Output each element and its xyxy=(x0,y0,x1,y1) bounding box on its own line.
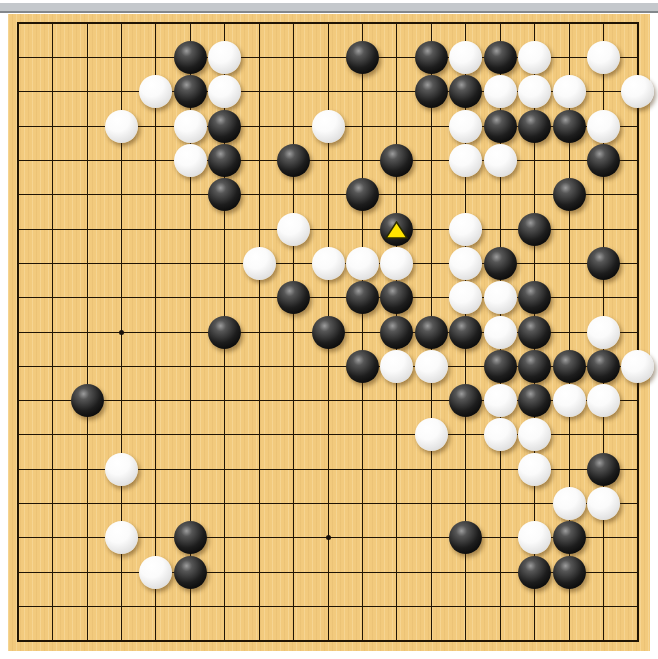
screenshot-page xyxy=(0,0,658,659)
white-stone[interactable] xyxy=(449,281,482,314)
white-stone[interactable] xyxy=(484,384,517,417)
white-stone[interactable] xyxy=(518,453,551,486)
black-stone[interactable] xyxy=(380,213,413,246)
black-stone[interactable] xyxy=(174,556,207,589)
black-stone[interactable] xyxy=(484,247,517,280)
black-stone[interactable] xyxy=(449,75,482,108)
black-stone[interactable] xyxy=(518,556,551,589)
star-point xyxy=(119,330,124,335)
white-stone[interactable] xyxy=(587,487,620,520)
black-stone[interactable] xyxy=(277,281,310,314)
black-stone[interactable] xyxy=(587,247,620,280)
white-stone[interactable] xyxy=(105,110,138,143)
white-stone[interactable] xyxy=(449,144,482,177)
white-stone[interactable] xyxy=(105,521,138,554)
black-stone[interactable] xyxy=(518,316,551,349)
black-stone[interactable] xyxy=(380,316,413,349)
white-stone[interactable] xyxy=(415,418,448,451)
grid-line xyxy=(17,640,639,642)
black-stone[interactable] xyxy=(449,316,482,349)
white-stone[interactable] xyxy=(553,75,586,108)
black-stone[interactable] xyxy=(346,41,379,74)
black-stone[interactable] xyxy=(553,178,586,211)
black-stone[interactable] xyxy=(518,213,551,246)
black-stone[interactable] xyxy=(484,350,517,383)
white-stone[interactable] xyxy=(208,75,241,108)
white-stone[interactable] xyxy=(277,213,310,246)
white-stone[interactable] xyxy=(208,41,241,74)
white-stone[interactable] xyxy=(484,144,517,177)
black-stone[interactable] xyxy=(484,41,517,74)
white-stone[interactable] xyxy=(484,75,517,108)
white-stone[interactable] xyxy=(243,247,276,280)
black-stone[interactable] xyxy=(518,384,551,417)
white-stone[interactable] xyxy=(553,384,586,417)
white-stone[interactable] xyxy=(105,453,138,486)
black-stone[interactable] xyxy=(346,350,379,383)
white-stone[interactable] xyxy=(346,247,379,280)
black-stone[interactable] xyxy=(415,41,448,74)
black-stone[interactable] xyxy=(174,521,207,554)
black-stone[interactable] xyxy=(380,144,413,177)
black-stone[interactable] xyxy=(312,316,345,349)
black-stone[interactable] xyxy=(518,350,551,383)
white-stone[interactable] xyxy=(449,110,482,143)
white-stone[interactable] xyxy=(484,281,517,314)
white-stone[interactable] xyxy=(518,41,551,74)
black-stone[interactable] xyxy=(587,453,620,486)
white-stone[interactable] xyxy=(553,487,586,520)
white-stone[interactable] xyxy=(587,316,620,349)
black-stone[interactable] xyxy=(174,75,207,108)
white-stone[interactable] xyxy=(139,556,172,589)
black-stone[interactable] xyxy=(553,521,586,554)
black-stone[interactable] xyxy=(553,110,586,143)
white-stone[interactable] xyxy=(587,110,620,143)
black-stone[interactable] xyxy=(484,110,517,143)
white-stone[interactable] xyxy=(621,350,654,383)
black-stone[interactable] xyxy=(208,110,241,143)
white-stone[interactable] xyxy=(174,110,207,143)
star-point xyxy=(326,535,331,540)
grid-line xyxy=(17,503,639,504)
white-stone[interactable] xyxy=(587,41,620,74)
white-stone[interactable] xyxy=(312,110,345,143)
white-stone[interactable] xyxy=(380,247,413,280)
black-stone[interactable] xyxy=(174,41,207,74)
white-stone[interactable] xyxy=(449,213,482,246)
black-stone[interactable] xyxy=(208,316,241,349)
white-stone[interactable] xyxy=(518,75,551,108)
black-stone[interactable] xyxy=(518,110,551,143)
white-stone[interactable] xyxy=(587,384,620,417)
black-stone[interactable] xyxy=(208,178,241,211)
white-stone[interactable] xyxy=(415,350,448,383)
black-stone[interactable] xyxy=(587,144,620,177)
grid-line xyxy=(362,22,363,641)
black-stone[interactable] xyxy=(277,144,310,177)
black-stone[interactable] xyxy=(553,350,586,383)
white-stone[interactable] xyxy=(312,247,345,280)
grid-line xyxy=(17,606,639,607)
black-stone[interactable] xyxy=(346,281,379,314)
last-move-triangle-marker-icon xyxy=(380,213,413,246)
black-stone[interactable] xyxy=(449,384,482,417)
black-stone[interactable] xyxy=(449,521,482,554)
white-stone[interactable] xyxy=(484,316,517,349)
black-stone[interactable] xyxy=(346,178,379,211)
black-stone[interactable] xyxy=(553,556,586,589)
black-stone[interactable] xyxy=(415,316,448,349)
white-stone[interactable] xyxy=(449,247,482,280)
black-stone[interactable] xyxy=(415,75,448,108)
grid-line xyxy=(637,22,639,641)
window-top-strip xyxy=(0,3,658,13)
go-board[interactable] xyxy=(8,14,650,651)
black-stone[interactable] xyxy=(208,144,241,177)
white-stone[interactable] xyxy=(518,418,551,451)
white-stone[interactable] xyxy=(518,521,551,554)
white-stone[interactable] xyxy=(139,75,172,108)
white-stone[interactable] xyxy=(174,144,207,177)
white-stone[interactable] xyxy=(621,75,654,108)
white-stone[interactable] xyxy=(484,418,517,451)
black-stone[interactable] xyxy=(71,384,104,417)
white-stone[interactable] xyxy=(380,350,413,383)
black-stone[interactable] xyxy=(380,281,413,314)
black-stone[interactable] xyxy=(518,281,551,314)
black-stone[interactable] xyxy=(587,350,620,383)
white-stone[interactable] xyxy=(449,41,482,74)
